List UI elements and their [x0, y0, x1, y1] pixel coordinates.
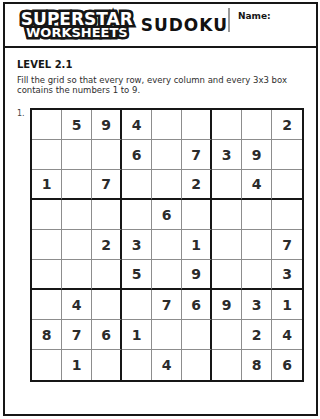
sudoku-cell-empty — [272, 200, 302, 230]
sudoku-cell-given: 6 — [92, 320, 122, 350]
sudoku-cell-given: 3 — [242, 290, 272, 320]
sudoku-cell-empty — [212, 350, 242, 380]
sudoku-cell-given: 1 — [32, 170, 62, 200]
puzzle-number-label: 1. — [17, 108, 30, 118]
sudoku-cell-empty — [182, 200, 212, 230]
sudoku-cell-empty — [122, 200, 152, 230]
sudoku-cell-empty — [92, 140, 122, 170]
sudoku-cell-empty — [62, 140, 92, 170]
sudoku-cell-empty — [152, 110, 182, 140]
sudoku-grid: 594267391724623175934769318761241486 — [30, 108, 304, 382]
sudoku-cell-given: 6 — [182, 290, 212, 320]
sudoku-cell-empty — [242, 230, 272, 260]
sudoku-cell-empty — [32, 290, 62, 320]
sudoku-cell-empty — [62, 200, 92, 230]
page-title: SUDOKU — [141, 15, 228, 35]
level-label: LEVEL 2.1 — [17, 59, 304, 70]
sudoku-cell-empty — [152, 320, 182, 350]
sudoku-cell-given: 2 — [182, 170, 212, 200]
sudoku-cell-empty — [152, 170, 182, 200]
sudoku-cell-given: 5 — [62, 110, 92, 140]
sudoku-cell-empty — [242, 200, 272, 230]
sudoku-cell-given: 2 — [272, 110, 302, 140]
sudoku-cell-given: 4 — [242, 170, 272, 200]
sudoku-cell-given: 6 — [272, 350, 302, 380]
sudoku-cell-given: 8 — [242, 350, 272, 380]
sudoku-cell-given: 7 — [272, 230, 302, 260]
superstar-worksheets-logo: SUPERSTAR WORKSHEETS — [5, 11, 141, 39]
sudoku-cell-empty — [32, 230, 62, 260]
sudoku-cell-empty — [182, 350, 212, 380]
instructions-text: Fill the grid so that every row, every c… — [17, 75, 304, 95]
worksheet-header: SUPERSTAR WORKSHEETS SUDOKU Name: — [5, 4, 316, 48]
sudoku-cell-given: 4 — [62, 290, 92, 320]
name-area: Name: — [228, 4, 316, 46]
sudoku-cell-empty — [122, 170, 152, 200]
sudoku-cell-empty — [212, 230, 242, 260]
sudoku-cell-given: 4 — [122, 110, 152, 140]
sudoku-cell-given: 3 — [122, 230, 152, 260]
sudoku-cell-given: 1 — [272, 290, 302, 320]
sudoku-cell-empty — [32, 200, 62, 230]
sudoku-cell-given: 9 — [242, 140, 272, 170]
sudoku-cell-empty — [152, 140, 182, 170]
sudoku-cell-empty — [212, 200, 242, 230]
sudoku-cell-empty — [32, 350, 62, 380]
sudoku-cell-given: 1 — [182, 230, 212, 260]
sudoku-cell-empty — [212, 320, 242, 350]
sudoku-cell-given: 4 — [272, 320, 302, 350]
name-label: Name: — [230, 4, 271, 21]
sudoku-cell-given: 1 — [122, 320, 152, 350]
sudoku-cell-empty — [212, 110, 242, 140]
sudoku-cell-given: 9 — [92, 110, 122, 140]
sudoku-cell-empty — [242, 110, 272, 140]
sudoku-cell-empty — [122, 290, 152, 320]
sudoku-cell-empty — [152, 230, 182, 260]
sudoku-cell-empty — [62, 260, 92, 290]
sudoku-cell-empty — [182, 110, 212, 140]
sudoku-cell-given: 9 — [212, 290, 242, 320]
sudoku-cell-empty — [32, 140, 62, 170]
sudoku-cell-empty — [272, 140, 302, 170]
sudoku-cell-empty — [62, 230, 92, 260]
sudoku-cell-given: 2 — [242, 320, 272, 350]
sudoku-cell-empty — [32, 110, 62, 140]
sudoku-cell-empty — [92, 290, 122, 320]
sudoku-cell-given: 3 — [272, 260, 302, 290]
sudoku-cell-empty — [272, 170, 302, 200]
sudoku-cell-given: 7 — [62, 320, 92, 350]
sudoku-cell-given: 7 — [152, 290, 182, 320]
sudoku-cell-given: 8 — [32, 320, 62, 350]
logo-line2: WORKSHEETS — [26, 26, 128, 39]
sudoku-cell-empty — [92, 200, 122, 230]
sudoku-cell-given: 7 — [92, 170, 122, 200]
sudoku-cell-empty — [212, 260, 242, 290]
worksheet-content: LEVEL 2.1 Fill the grid so that every ro… — [5, 48, 316, 414]
sudoku-cell-empty — [32, 260, 62, 290]
sudoku-cell-empty — [242, 260, 272, 290]
sudoku-cell-empty — [62, 170, 92, 200]
puzzle-row: 1. 594267391724623175934769318761241486 — [17, 108, 304, 382]
sudoku-cell-given: 3 — [212, 140, 242, 170]
sudoku-cell-given: 1 — [62, 350, 92, 380]
sudoku-cell-empty — [182, 320, 212, 350]
sudoku-cell-given: 6 — [122, 140, 152, 170]
sudoku-cell-empty — [122, 350, 152, 380]
sudoku-cell-given: 2 — [92, 230, 122, 260]
sudoku-cell-given: 5 — [122, 260, 152, 290]
sudoku-cell-empty — [152, 260, 182, 290]
sudoku-cell-given: 6 — [152, 200, 182, 230]
sudoku-cell-empty — [212, 170, 242, 200]
sudoku-cell-given: 7 — [182, 140, 212, 170]
sudoku-cell-given: 4 — [152, 350, 182, 380]
worksheet-page: SUPERSTAR WORKSHEETS SUDOKU Name: LEVEL … — [3, 2, 318, 416]
sudoku-cell-empty — [92, 260, 122, 290]
sudoku-cell-empty — [92, 350, 122, 380]
sudoku-cell-given: 9 — [182, 260, 212, 290]
